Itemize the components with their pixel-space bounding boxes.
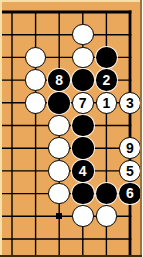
white-stone xyxy=(25,69,47,91)
white-stone xyxy=(96,205,118,227)
white-stone xyxy=(48,115,70,137)
white-stone xyxy=(48,137,70,159)
board-edge-highlight-top xyxy=(0,0,142,2)
white-stone xyxy=(72,47,94,69)
white-stone-move-7: 7 xyxy=(72,92,94,114)
white-stone-move-5: 5 xyxy=(119,160,141,182)
white-stone xyxy=(72,24,94,46)
white-stone-move-9: 9 xyxy=(119,137,141,159)
black-stone xyxy=(72,137,94,159)
black-stone-move-8: 8 xyxy=(48,69,70,91)
white-stone xyxy=(25,47,47,69)
black-stone-move-6: 6 xyxy=(119,183,141,205)
white-stone xyxy=(25,92,47,114)
black-stone xyxy=(72,69,94,91)
board-grid: 827139456 xyxy=(0,1,142,251)
black-stone xyxy=(72,183,94,205)
star-point xyxy=(56,213,62,219)
black-stone xyxy=(96,183,118,205)
go-board-diagram: 827139456 xyxy=(0,0,142,257)
black-stone-move-2: 2 xyxy=(96,69,118,91)
black-stone xyxy=(72,115,94,137)
white-stone-move-3: 3 xyxy=(119,92,141,114)
white-stone xyxy=(48,160,70,182)
black-stone xyxy=(96,47,118,69)
board-edge-shadow-right xyxy=(140,0,143,257)
black-stone xyxy=(48,92,70,114)
board-edge-highlight-left xyxy=(0,0,2,257)
white-stone xyxy=(72,205,94,227)
white-stone-move-1: 1 xyxy=(96,92,118,114)
black-stone-move-4: 4 xyxy=(72,160,94,182)
white-stone xyxy=(48,183,70,205)
